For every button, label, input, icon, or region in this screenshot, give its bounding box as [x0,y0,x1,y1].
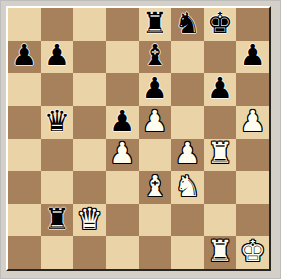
square-g5[interactable] [204,106,237,139]
square-e2[interactable] [139,204,172,237]
square-d3[interactable] [106,171,139,204]
square-h4[interactable] [236,139,269,172]
square-h8[interactable] [236,8,269,41]
square-e8[interactable]: ♜ [139,8,172,41]
square-a1[interactable] [8,236,41,269]
piece-black-pawn[interactable]: ♟ [109,107,135,136]
square-f2[interactable] [171,204,204,237]
square-c8[interactable] [73,8,106,41]
chess-board-frame: ♜♞♚♟♟♝♟♟♟♛♟♟♟♟♟♜♝♞♜♛♜♚ [0,0,281,279]
square-h1[interactable]: ♚ [236,236,269,269]
square-f3[interactable]: ♞ [171,171,204,204]
piece-white-pawn[interactable]: ♟ [142,107,168,136]
piece-white-rook[interactable]: ♜ [207,139,233,168]
square-d5[interactable]: ♟ [106,106,139,139]
piece-white-pawn[interactable]: ♟ [240,107,266,136]
square-a2[interactable] [8,204,41,237]
square-e5[interactable]: ♟ [139,106,172,139]
square-d1[interactable] [106,236,139,269]
square-c7[interactable] [73,41,106,74]
square-d8[interactable] [106,8,139,41]
square-f6[interactable] [171,73,204,106]
square-c6[interactable] [73,73,106,106]
chess-board[interactable]: ♜♞♚♟♟♝♟♟♟♛♟♟♟♟♟♜♝♞♜♛♜♚ [8,8,269,269]
square-b4[interactable] [41,139,74,172]
square-f8[interactable]: ♞ [171,8,204,41]
board-bevel-panel: ♜♞♚♟♟♝♟♟♟♛♟♟♟♟♟♜♝♞♜♛♜♚ [6,6,271,271]
square-c5[interactable] [73,106,106,139]
square-f5[interactable] [171,106,204,139]
piece-white-pawn[interactable]: ♟ [174,139,200,168]
square-a8[interactable] [8,8,41,41]
piece-black-pawn[interactable]: ♟ [240,41,266,70]
square-g3[interactable] [204,171,237,204]
square-a4[interactable] [8,139,41,172]
piece-black-bishop[interactable]: ♝ [142,41,168,70]
square-b7[interactable]: ♟ [41,41,74,74]
square-h7[interactable]: ♟ [236,41,269,74]
square-b6[interactable] [41,73,74,106]
square-e7[interactable]: ♝ [139,41,172,74]
square-h3[interactable] [236,171,269,204]
square-g7[interactable] [204,41,237,74]
square-b5[interactable]: ♛ [41,106,74,139]
square-b2[interactable]: ♜ [41,204,74,237]
square-f1[interactable] [171,236,204,269]
square-g1[interactable]: ♜ [204,236,237,269]
square-d4[interactable]: ♟ [106,139,139,172]
piece-white-bishop[interactable]: ♝ [142,172,168,201]
square-e3[interactable]: ♝ [139,171,172,204]
piece-black-pawn[interactable]: ♟ [207,74,233,103]
square-e6[interactable]: ♟ [139,73,172,106]
square-d2[interactable] [106,204,139,237]
piece-white-pawn[interactable]: ♟ [109,139,135,168]
square-e1[interactable] [139,236,172,269]
square-d7[interactable] [106,41,139,74]
square-c4[interactable] [73,139,106,172]
piece-black-pawn[interactable]: ♟ [142,74,168,103]
square-b1[interactable] [41,236,74,269]
square-f7[interactable] [171,41,204,74]
square-h2[interactable] [236,204,269,237]
square-a5[interactable] [8,106,41,139]
square-h5[interactable]: ♟ [236,106,269,139]
piece-black-queen[interactable]: ♛ [44,107,70,136]
square-g2[interactable] [204,204,237,237]
square-a7[interactable]: ♟ [8,41,41,74]
piece-black-pawn[interactable]: ♟ [44,41,70,70]
square-g8[interactable]: ♚ [204,8,237,41]
piece-black-king[interactable]: ♚ [207,9,233,38]
square-c2[interactable]: ♛ [73,204,106,237]
square-c3[interactable] [73,171,106,204]
square-g6[interactable]: ♟ [204,73,237,106]
piece-white-rook[interactable]: ♜ [207,237,233,266]
piece-black-rook[interactable]: ♜ [142,9,168,38]
square-g4[interactable]: ♜ [204,139,237,172]
piece-white-king[interactable]: ♚ [240,237,266,266]
piece-black-pawn[interactable]: ♟ [11,41,37,70]
piece-white-knight[interactable]: ♞ [174,172,200,201]
square-a3[interactable] [8,171,41,204]
square-c1[interactable] [73,236,106,269]
square-e4[interactable] [139,139,172,172]
square-d6[interactable] [106,73,139,106]
square-b8[interactable] [41,8,74,41]
square-h6[interactable] [236,73,269,106]
piece-black-rook[interactable]: ♜ [44,205,70,234]
square-a6[interactable] [8,73,41,106]
square-b3[interactable] [41,171,74,204]
piece-black-knight[interactable]: ♞ [174,9,200,38]
square-f4[interactable]: ♟ [171,139,204,172]
piece-white-queen[interactable]: ♛ [77,205,103,234]
